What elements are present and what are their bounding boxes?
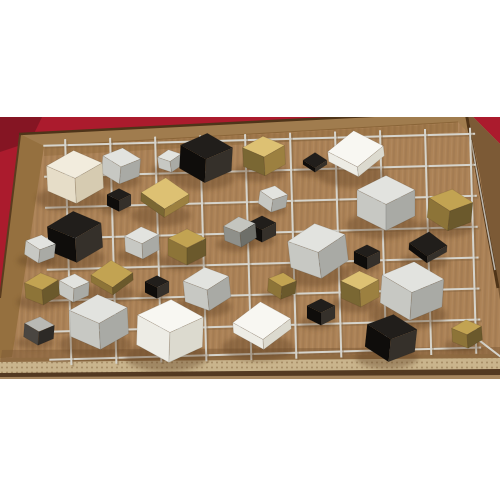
photo-canvas [0, 0, 500, 500]
product-photo [0, 0, 500, 500]
photo-area [0, 111, 500, 379]
top-white-band [0, 0, 500, 117]
bottom-white-band [0, 379, 500, 500]
